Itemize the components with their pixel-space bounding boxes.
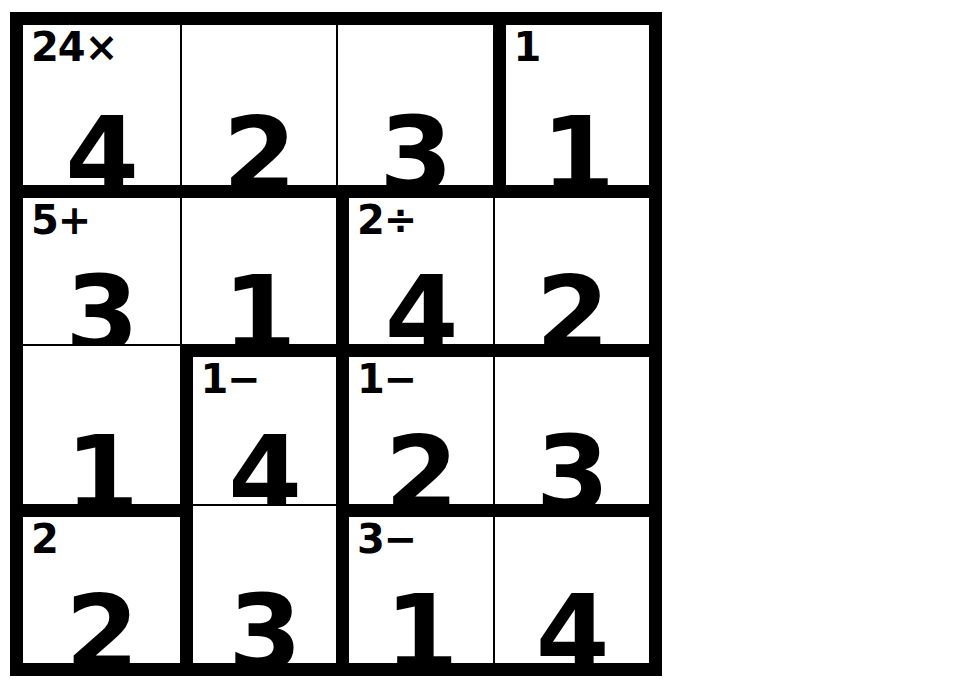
cell-r4c4[interactable]: 4: [493, 504, 650, 664]
cage-clue: 1: [514, 26, 541, 68]
cage-clue: 2÷: [357, 199, 416, 241]
cell-value: 2: [23, 581, 180, 686]
cell-r3c2[interactable]: 1− 4: [180, 344, 337, 504]
cell-r1c4[interactable]: 1 1: [493, 25, 650, 185]
cage-clue: 1−: [201, 358, 260, 400]
cell-r3c1[interactable]: 1: [23, 344, 180, 504]
cage-clue: 3−: [357, 518, 416, 560]
cage-clue: 2: [31, 518, 58, 560]
cell-r3c4[interactable]: 3: [493, 344, 650, 504]
cell-r4c2[interactable]: 3: [180, 504, 337, 664]
page: 24× 4 2 3 1 1 5+ 3 1 2÷ 4 2: [0, 0, 960, 686]
cell-r2c1[interactable]: 5+ 3: [23, 185, 180, 345]
cell-value: 3: [193, 581, 337, 686]
cell-r2c3[interactable]: 2÷ 4: [336, 185, 493, 345]
cell-r2c4[interactable]: 2: [493, 185, 650, 345]
cell-value: 1: [349, 581, 493, 686]
cell-value: 4: [495, 581, 650, 686]
cell-r4c3[interactable]: 3− 1: [336, 504, 493, 664]
cell-r2c2[interactable]: 1: [180, 185, 337, 345]
cell-r1c3[interactable]: 3: [336, 25, 493, 185]
cell-r1c1[interactable]: 24× 4: [23, 25, 180, 185]
cell-r3c3[interactable]: 1− 2: [336, 344, 493, 504]
cell-r1c2[interactable]: 2: [180, 25, 337, 185]
kenken-board: 24× 4 2 3 1 1 5+ 3 1 2÷ 4 2: [10, 12, 662, 676]
cage-clue: 1−: [357, 358, 416, 400]
cage-clue: 24×: [31, 26, 117, 68]
cell-r4c1[interactable]: 2 2: [23, 504, 180, 664]
cage-clue: 5+: [31, 199, 90, 241]
